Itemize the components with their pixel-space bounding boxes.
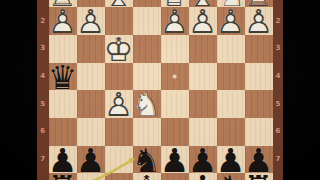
square-e8[interactable]: ♚	[133, 173, 161, 180]
square-g5[interactable]	[77, 90, 105, 118]
square-f3[interactable]: ♚♔	[105, 35, 133, 63]
white-knight-e5[interactable]: ♞♘	[133, 90, 161, 118]
black-pawn-glyph: ♟	[77, 147, 105, 175]
black-rook-h8[interactable]: ♜	[49, 173, 77, 180]
letterbox-left	[0, 0, 37, 180]
black-king-e8[interactable]: ♚	[133, 173, 161, 180]
black-rook-glyph: ♜	[245, 174, 273, 180]
square-g4[interactable]	[77, 63, 105, 91]
square-h4[interactable]: ♛	[49, 63, 77, 91]
square-e2[interactable]	[133, 7, 161, 35]
white-pawn-outline-glyph: ♙	[189, 8, 217, 36]
square-h8[interactable]: ♜	[49, 173, 77, 180]
white-pawn-outline-glyph: ♙	[245, 8, 273, 36]
white-pawn-outline-glyph: ♙	[49, 8, 77, 36]
white-pawn-d2[interactable]: ♟♙	[161, 7, 189, 35]
square-c5[interactable]	[189, 90, 217, 118]
chess-board[interactable]: ♜♖♝♗♛♕♝♗♞♘♜♖♟♙♟♙♟♙♟♙♟♙♟♙♚♔♛♟♙♞♘♟♟♞♟♟♟♟♜♚…	[37, 0, 283, 180]
rank-label-left-7: 7	[38, 155, 48, 164]
square-c3[interactable]	[189, 35, 217, 63]
black-knight-b8[interactable]: ♞	[217, 173, 245, 180]
square-f7[interactable]	[105, 146, 133, 174]
square-c4[interactable]	[189, 63, 217, 91]
white-king-f3[interactable]: ♚♔	[105, 35, 133, 63]
square-g8[interactable]	[77, 173, 105, 180]
square-b4[interactable]	[217, 63, 245, 91]
square-d3[interactable]	[161, 35, 189, 63]
square-f6[interactable]	[105, 118, 133, 146]
white-bishop-f1[interactable]: ♝♗	[105, 0, 133, 7]
rank-label-left-2: 2	[38, 17, 48, 26]
square-a8[interactable]: ♜	[245, 173, 273, 180]
white-pawn-c2[interactable]: ♟♙	[189, 7, 217, 35]
square-c8[interactable]: ♝	[189, 173, 217, 180]
white-pawn-f5[interactable]: ♟♙	[105, 90, 133, 118]
rank-label-left-6: 6	[38, 127, 48, 136]
square-c2[interactable]: ♟♙	[189, 7, 217, 35]
square-b3[interactable]	[217, 35, 245, 63]
square-g3[interactable]	[77, 35, 105, 63]
letterbox-right	[283, 0, 320, 180]
square-g7[interactable]: ♟	[77, 146, 105, 174]
square-f8[interactable]	[105, 173, 133, 180]
square-e1[interactable]	[133, 0, 161, 7]
black-pawn-d7[interactable]: ♟	[161, 146, 189, 174]
square-d2[interactable]: ♟♙	[161, 7, 189, 35]
white-knight-outline-glyph: ♘	[133, 91, 161, 119]
square-e5[interactable]: ♞♘	[133, 90, 161, 118]
square-a3[interactable]	[245, 35, 273, 63]
rank-label-right-7: 7	[273, 155, 283, 164]
square-b5[interactable]	[217, 90, 245, 118]
black-bishop-glyph: ♝	[189, 174, 217, 180]
black-rook-a8[interactable]: ♜	[245, 173, 273, 180]
square-h5[interactable]	[49, 90, 77, 118]
rank-label-left-4: 4	[38, 72, 48, 81]
rank-label-right-5: 5	[273, 100, 283, 109]
white-pawn-outline-glyph: ♙	[77, 8, 105, 36]
black-bishop-c8[interactable]: ♝	[189, 173, 217, 180]
square-g2[interactable]: ♟♙	[77, 7, 105, 35]
square-d7[interactable]: ♟	[161, 146, 189, 174]
white-pawn-outline-glyph: ♙	[105, 91, 133, 119]
square-d8[interactable]	[161, 173, 189, 180]
square-a2[interactable]: ♟♙	[245, 7, 273, 35]
black-rook-glyph: ♜	[49, 174, 77, 180]
rank-label-right-4: 4	[273, 72, 283, 81]
rank-label-right-6: 6	[273, 127, 283, 136]
square-e3[interactable]	[133, 35, 161, 63]
square-a4[interactable]	[245, 63, 273, 91]
square-f1[interactable]: ♝♗	[105, 0, 133, 7]
square-f5[interactable]: ♟♙	[105, 90, 133, 118]
black-queen-h4[interactable]: ♛	[49, 63, 77, 91]
white-pawn-a2[interactable]: ♟♙	[245, 7, 273, 35]
square-d5[interactable]	[161, 90, 189, 118]
rank-label-left-5: 5	[38, 100, 48, 109]
white-pawn-g2[interactable]: ♟♙	[77, 7, 105, 35]
square-h2[interactable]: ♟♙	[49, 7, 77, 35]
black-pawn-g7[interactable]: ♟	[77, 146, 105, 174]
square-b8[interactable]: ♞	[217, 173, 245, 180]
square-a5[interactable]	[245, 90, 273, 118]
white-pawn-b2[interactable]: ♟♙	[217, 7, 245, 35]
white-king-outline-glyph: ♔	[105, 36, 133, 64]
square-b2[interactable]: ♟♙	[217, 7, 245, 35]
black-knight-glyph: ♞	[217, 174, 245, 180]
black-queen-glyph: ♛	[49, 64, 77, 92]
white-pawn-outline-glyph: ♙	[161, 8, 189, 36]
rank-label-right-3: 3	[273, 44, 283, 53]
square-d4[interactable]	[161, 63, 189, 91]
rank-label-left-3: 3	[38, 44, 48, 53]
black-king-glyph: ♚	[133, 174, 161, 180]
video-frame: ♜♖♝♗♛♕♝♗♞♘♜♖♟♙♟♙♟♙♟♙♟♙♟♙♚♔♛♟♙♞♘♟♟♞♟♟♟♟♜♚…	[0, 0, 320, 180]
rank-label-right-2: 2	[273, 17, 283, 26]
white-pawn-outline-glyph: ♙	[217, 8, 245, 36]
white-pawn-h2[interactable]: ♟♙	[49, 7, 77, 35]
black-pawn-glyph: ♟	[161, 147, 189, 175]
